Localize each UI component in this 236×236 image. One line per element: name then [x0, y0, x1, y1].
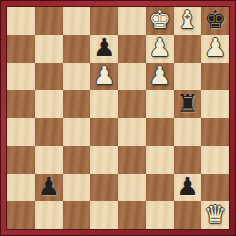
white-king[interactable]: ♚ [148, 7, 170, 32]
square-d5[interactable] [90, 90, 118, 118]
square-b7[interactable] [35, 35, 63, 63]
square-h4[interactable] [201, 118, 229, 146]
chess-board: ♚♝♚♟♟♟♟♟♜♟♟♛ [7, 7, 229, 229]
square-e6[interactable] [118, 63, 146, 91]
white-pawn[interactable]: ♟ [204, 35, 226, 60]
black-pawn[interactable]: ♟ [176, 174, 198, 199]
square-c2[interactable] [63, 174, 91, 202]
square-d1[interactable] [90, 201, 118, 229]
white-bishop[interactable]: ♝ [176, 7, 198, 32]
black-pawn[interactable]: ♟ [37, 174, 59, 199]
square-c3[interactable] [63, 146, 91, 174]
square-a3[interactable] [7, 146, 35, 174]
square-a1[interactable] [7, 201, 35, 229]
square-a5[interactable] [7, 90, 35, 118]
square-f3[interactable] [146, 146, 174, 174]
white-pawn[interactable]: ♟ [148, 63, 170, 88]
board-frame: ♚♝♚♟♟♟♟♟♜♟♟♛ [0, 0, 236, 236]
square-a8[interactable] [7, 7, 35, 35]
square-d4[interactable] [90, 118, 118, 146]
square-g3[interactable] [174, 146, 202, 174]
square-f5[interactable] [146, 90, 174, 118]
square-b5[interactable] [35, 90, 63, 118]
square-g6[interactable] [174, 63, 202, 91]
square-e1[interactable] [118, 201, 146, 229]
square-b8[interactable] [35, 7, 63, 35]
square-b1[interactable] [35, 201, 63, 229]
square-g4[interactable] [174, 118, 202, 146]
square-h2[interactable] [201, 174, 229, 202]
square-f8[interactable]: ♚ [146, 7, 174, 35]
square-f2[interactable] [146, 174, 174, 202]
square-e3[interactable] [118, 146, 146, 174]
square-g2[interactable]: ♟ [174, 174, 202, 202]
square-e8[interactable] [118, 7, 146, 35]
white-pawn[interactable]: ♟ [93, 63, 115, 88]
square-c7[interactable] [63, 35, 91, 63]
black-pawn[interactable]: ♟ [93, 35, 115, 60]
square-f1[interactable] [146, 201, 174, 229]
square-h7[interactable]: ♟ [201, 35, 229, 63]
square-e2[interactable] [118, 174, 146, 202]
square-h5[interactable] [201, 90, 229, 118]
square-b3[interactable] [35, 146, 63, 174]
square-c1[interactable] [63, 201, 91, 229]
square-a4[interactable] [7, 118, 35, 146]
square-d8[interactable] [90, 7, 118, 35]
square-h1[interactable]: ♛ [201, 201, 229, 229]
square-c8[interactable] [63, 7, 91, 35]
square-c4[interactable] [63, 118, 91, 146]
square-d3[interactable] [90, 146, 118, 174]
square-c5[interactable] [63, 90, 91, 118]
square-c6[interactable] [63, 63, 91, 91]
white-queen[interactable]: ♛ [204, 202, 226, 227]
square-a6[interactable] [7, 63, 35, 91]
square-g8[interactable]: ♝ [174, 7, 202, 35]
square-f7[interactable]: ♟ [146, 35, 174, 63]
square-f6[interactable]: ♟ [146, 63, 174, 91]
square-g5[interactable]: ♜ [174, 90, 202, 118]
white-pawn[interactable]: ♟ [148, 35, 170, 60]
square-h3[interactable] [201, 146, 229, 174]
square-e5[interactable] [118, 90, 146, 118]
square-f4[interactable] [146, 118, 174, 146]
square-b4[interactable] [35, 118, 63, 146]
square-d7[interactable]: ♟ [90, 35, 118, 63]
square-e4[interactable] [118, 118, 146, 146]
square-h6[interactable] [201, 63, 229, 91]
square-e7[interactable] [118, 35, 146, 63]
square-a7[interactable] [7, 35, 35, 63]
square-b2[interactable]: ♟ [35, 174, 63, 202]
black-king[interactable]: ♚ [204, 7, 226, 32]
square-d6[interactable]: ♟ [90, 63, 118, 91]
square-b6[interactable] [35, 63, 63, 91]
black-rook[interactable]: ♜ [176, 91, 198, 116]
square-g7[interactable] [174, 35, 202, 63]
square-h8[interactable]: ♚ [201, 7, 229, 35]
square-a2[interactable] [7, 174, 35, 202]
square-g1[interactable] [174, 201, 202, 229]
square-d2[interactable] [90, 174, 118, 202]
